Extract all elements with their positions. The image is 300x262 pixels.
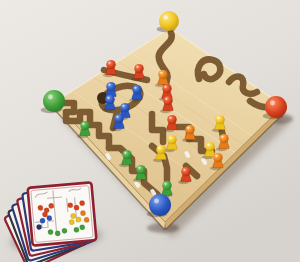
peg-highlight xyxy=(165,98,167,100)
card-dot-blue xyxy=(40,218,46,224)
card-dot-orange xyxy=(80,210,86,216)
card-dot-red xyxy=(79,200,85,206)
card-dot-blue xyxy=(46,215,52,221)
peg-head xyxy=(205,142,214,151)
ball-highlight xyxy=(164,15,168,19)
peg-head xyxy=(134,64,143,73)
peg-head xyxy=(106,82,115,91)
peg-highlight xyxy=(134,87,136,89)
peg-head xyxy=(167,115,176,124)
peg-highlight xyxy=(160,72,162,74)
peg-highlight xyxy=(124,152,126,154)
peg-highlight xyxy=(217,117,219,119)
peg-highlight xyxy=(164,86,166,88)
peg-head xyxy=(213,153,222,162)
peg-head xyxy=(219,134,228,143)
ball-body xyxy=(43,90,65,112)
card-dot-green xyxy=(79,224,85,230)
card-dot-red xyxy=(74,205,80,211)
peg-head xyxy=(132,85,141,94)
peg-highlight xyxy=(207,144,209,146)
ball-highlight xyxy=(48,95,53,100)
peg-highlight xyxy=(169,137,171,139)
card-dot-red xyxy=(38,205,44,211)
peg-head xyxy=(181,167,190,176)
ball-body xyxy=(149,194,171,216)
peg-highlight xyxy=(138,167,140,169)
card-dot-red xyxy=(42,212,48,218)
peg-head xyxy=(156,145,165,154)
card-dot-green xyxy=(48,229,54,235)
card-dot-yellow xyxy=(70,213,76,219)
card-dot-red xyxy=(48,203,54,209)
peg-highlight xyxy=(108,84,110,86)
peg-highlight xyxy=(116,116,118,118)
card-dot-green xyxy=(74,227,80,233)
peg-highlight xyxy=(221,136,223,138)
card-dot-red xyxy=(67,202,73,208)
card-dot-orange xyxy=(84,217,90,223)
peg-head xyxy=(122,150,131,159)
peg-highlight xyxy=(122,105,124,107)
peg-highlight xyxy=(169,117,171,119)
ball-highlight xyxy=(270,101,275,106)
peg-highlight xyxy=(164,183,166,185)
card-dot-green xyxy=(62,228,68,234)
maze-toy-photo xyxy=(0,0,300,262)
peg-head xyxy=(162,181,171,190)
peg-head xyxy=(162,84,171,93)
ball-highlight xyxy=(154,199,159,204)
peg-head xyxy=(167,135,176,144)
peg-highlight xyxy=(215,155,217,157)
peg-highlight xyxy=(183,169,185,171)
photo-scene xyxy=(0,0,300,262)
peg-head xyxy=(215,115,224,124)
peg-head xyxy=(158,70,167,79)
peg-highlight xyxy=(136,66,138,68)
peg-highlight xyxy=(107,97,109,99)
peg-head xyxy=(136,165,145,174)
peg-highlight xyxy=(108,62,110,64)
peg-head xyxy=(120,103,129,112)
card-dot-green xyxy=(55,231,61,237)
card-dot-yellow xyxy=(76,217,82,223)
peg-highlight xyxy=(82,123,84,125)
card-dot-navy xyxy=(36,224,42,230)
peg-head xyxy=(163,96,172,105)
peg-head xyxy=(114,114,123,123)
ball-body xyxy=(159,11,179,31)
peg-head xyxy=(106,60,115,69)
peg-highlight xyxy=(187,127,189,129)
ball-body xyxy=(265,96,287,118)
card-dot-yellow xyxy=(69,219,75,225)
peg-highlight xyxy=(158,147,160,149)
top-pattern-card[interactable] xyxy=(28,182,97,245)
peg-head xyxy=(105,95,114,104)
peg-head xyxy=(80,121,89,130)
peg-head xyxy=(185,125,194,134)
